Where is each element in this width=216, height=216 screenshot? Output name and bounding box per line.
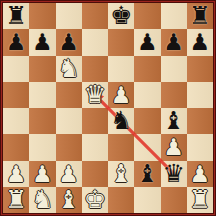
square-e1[interactable] — [108, 187, 134, 213]
square-e3[interactable] — [108, 134, 134, 160]
square-b2[interactable]: ♟ — [29, 161, 55, 187]
square-f6[interactable] — [134, 56, 160, 82]
square-h8[interactable]: ♜ — [187, 3, 213, 29]
white-king: ♚ — [82, 187, 108, 213]
square-b8[interactable] — [29, 3, 55, 29]
square-d1[interactable]: ♚ — [82, 187, 108, 213]
black-pawn: ♟ — [56, 29, 82, 55]
square-d4[interactable] — [82, 108, 108, 134]
square-e4[interactable]: ♞ — [108, 108, 134, 134]
square-g2[interactable]: ♛ — [161, 161, 187, 187]
white-pawn: ♟ — [56, 161, 82, 187]
black-bishop: ♝ — [161, 108, 187, 134]
square-e2[interactable]: ♝ — [108, 161, 134, 187]
square-a6[interactable] — [3, 56, 29, 82]
square-h4[interactable] — [187, 108, 213, 134]
board-frame: ♜♚♜♟♟♟♟♟♟♞♛♟♞♝♟♟♟♟♝♝♛♟♜♞♝♚♜ — [0, 0, 216, 216]
black-pawn: ♟ — [134, 29, 160, 55]
square-b4[interactable] — [29, 108, 55, 134]
square-g1[interactable] — [161, 187, 187, 213]
square-e6[interactable] — [108, 56, 134, 82]
square-f2[interactable]: ♝ — [134, 161, 160, 187]
square-h6[interactable] — [187, 56, 213, 82]
square-h7[interactable]: ♟ — [187, 29, 213, 55]
white-bishop: ♝ — [108, 161, 134, 187]
square-g8[interactable] — [161, 3, 187, 29]
square-f4[interactable] — [134, 108, 160, 134]
white-rook: ♜ — [3, 187, 29, 213]
square-e5[interactable]: ♟ — [108, 82, 134, 108]
square-b6[interactable] — [29, 56, 55, 82]
black-knight: ♞ — [108, 108, 134, 134]
square-a8[interactable]: ♜ — [3, 3, 29, 29]
square-f3[interactable] — [134, 134, 160, 160]
black-pawn: ♟ — [187, 29, 213, 55]
square-a4[interactable] — [3, 108, 29, 134]
black-rook: ♜ — [3, 3, 29, 29]
square-d3[interactable] — [82, 134, 108, 160]
white-pawn: ♟ — [187, 161, 213, 187]
white-knight: ♞ — [56, 56, 82, 82]
square-c7[interactable]: ♟ — [56, 29, 82, 55]
square-f5[interactable] — [134, 82, 160, 108]
square-a3[interactable] — [3, 134, 29, 160]
white-knight: ♞ — [29, 187, 55, 213]
square-a5[interactable] — [3, 82, 29, 108]
black-pawn: ♟ — [161, 29, 187, 55]
black-queen: ♛ — [161, 161, 187, 187]
white-rook: ♜ — [187, 187, 213, 213]
square-g4[interactable]: ♝ — [161, 108, 187, 134]
square-d8[interactable] — [82, 3, 108, 29]
square-f8[interactable] — [134, 3, 160, 29]
square-c2[interactable]: ♟ — [56, 161, 82, 187]
black-pawn: ♟ — [3, 29, 29, 55]
white-queen: ♛ — [82, 82, 108, 108]
square-g5[interactable] — [161, 82, 187, 108]
white-pawn: ♟ — [3, 161, 29, 187]
square-d2[interactable] — [82, 161, 108, 187]
square-h1[interactable]: ♜ — [187, 187, 213, 213]
square-f7[interactable]: ♟ — [134, 29, 160, 55]
square-c8[interactable] — [56, 3, 82, 29]
square-b3[interactable] — [29, 134, 55, 160]
black-pawn: ♟ — [29, 29, 55, 55]
black-king: ♚ — [108, 3, 134, 29]
black-rook: ♜ — [187, 3, 213, 29]
square-a1[interactable]: ♜ — [3, 187, 29, 213]
square-d5[interactable]: ♛ — [82, 82, 108, 108]
square-d6[interactable] — [82, 56, 108, 82]
square-g6[interactable] — [161, 56, 187, 82]
square-g3[interactable]: ♟ — [161, 134, 187, 160]
square-c6[interactable]: ♞ — [56, 56, 82, 82]
square-h5[interactable] — [187, 82, 213, 108]
square-c3[interactable] — [56, 134, 82, 160]
square-g7[interactable]: ♟ — [161, 29, 187, 55]
square-b7[interactable]: ♟ — [29, 29, 55, 55]
chess-board: ♜♚♜♟♟♟♟♟♟♞♛♟♞♝♟♟♟♟♝♝♛♟♜♞♝♚♜ — [3, 3, 213, 213]
white-pawn: ♟ — [161, 134, 187, 160]
square-h2[interactable]: ♟ — [187, 161, 213, 187]
square-f1[interactable] — [134, 187, 160, 213]
square-a7[interactable]: ♟ — [3, 29, 29, 55]
square-c4[interactable] — [56, 108, 82, 134]
square-a2[interactable]: ♟ — [3, 161, 29, 187]
square-c5[interactable] — [56, 82, 82, 108]
square-b5[interactable] — [29, 82, 55, 108]
white-pawn: ♟ — [29, 161, 55, 187]
square-c1[interactable]: ♝ — [56, 187, 82, 213]
square-d7[interactable] — [82, 29, 108, 55]
white-bishop: ♝ — [56, 187, 82, 213]
square-h3[interactable] — [187, 134, 213, 160]
square-b1[interactable]: ♞ — [29, 187, 55, 213]
square-e7[interactable] — [108, 29, 134, 55]
white-pawn: ♟ — [108, 82, 134, 108]
square-e8[interactable]: ♚ — [108, 3, 134, 29]
black-bishop: ♝ — [134, 161, 160, 187]
